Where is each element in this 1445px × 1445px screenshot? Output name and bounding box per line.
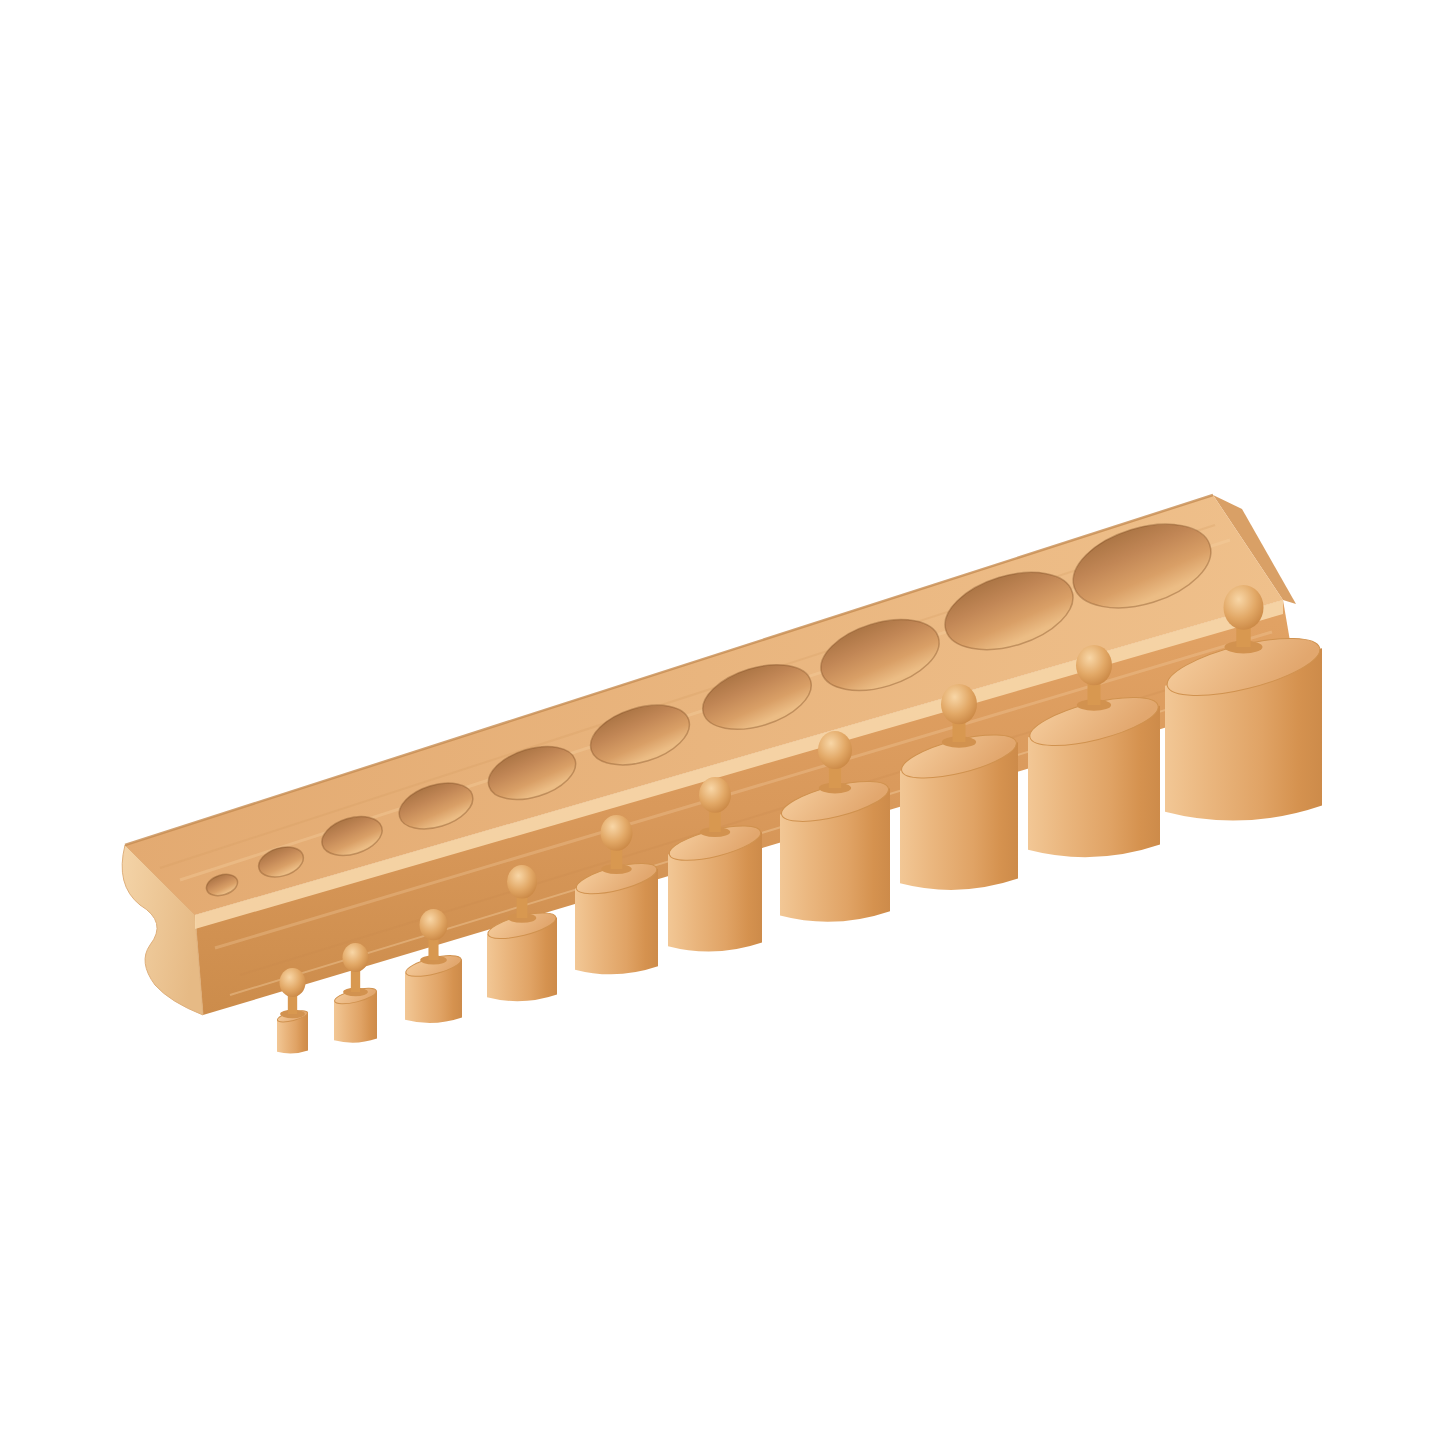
cylinder-6-knob-ball: [699, 777, 731, 813]
scene-svg: [0, 0, 1445, 1445]
cylinder-1: [276, 968, 308, 1054]
cylinder-1-knob-ball: [280, 968, 306, 997]
cylinder-7-knob-ball: [818, 731, 852, 769]
cylinder-2-knob-ball: [343, 943, 369, 972]
product-photo: [0, 0, 1445, 1445]
cylinder-10-knob-ball: [1224, 585, 1264, 630]
cylinder-9-knob-ball: [1076, 645, 1112, 685]
cylinder-4-knob-ball: [507, 865, 537, 899]
cylinder-8-knob-ball: [941, 684, 977, 724]
cylinder-3-knob-ball: [420, 909, 448, 940]
cylinder-5-knob-ball: [601, 815, 633, 851]
